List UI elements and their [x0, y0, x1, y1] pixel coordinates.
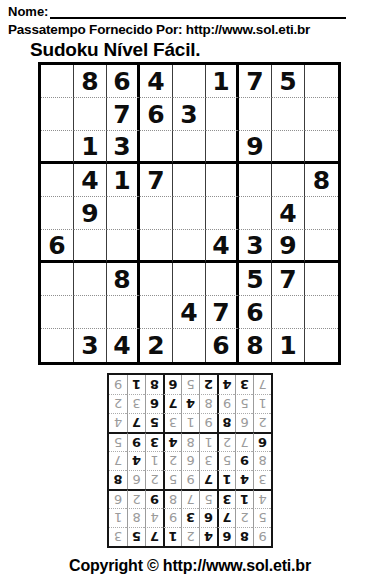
- solution-cell: 3: [217, 489, 235, 508]
- puzzle-cell[interactable]: [41, 329, 74, 362]
- puzzle-cell: 1: [107, 164, 140, 197]
- solution-cell: 8: [127, 508, 145, 527]
- solution-cell: 1: [199, 432, 217, 451]
- solution-cell: 9: [163, 508, 181, 527]
- puzzle-cell: 5: [239, 263, 272, 296]
- puzzle-cell[interactable]: [107, 230, 140, 263]
- puzzle-cell: 4: [107, 329, 140, 362]
- puzzle-cell[interactable]: [206, 263, 239, 296]
- puzzle-cell: 4: [140, 65, 173, 98]
- puzzle-cell: 4: [206, 230, 239, 263]
- solution-cell: 9: [127, 432, 145, 451]
- solution-cell: 2: [199, 375, 217, 394]
- puzzle-cell[interactable]: [41, 65, 74, 98]
- solution-cell: 1: [145, 451, 163, 470]
- solution-cell: 3: [235, 375, 253, 394]
- name-fill-line[interactable]: [50, 3, 346, 19]
- solution-cell: 7: [253, 375, 271, 394]
- puzzle-cell: 7: [272, 263, 305, 296]
- solution-cell: 4: [145, 508, 163, 527]
- solution-cell: 4: [181, 394, 199, 413]
- puzzle-cell[interactable]: [272, 98, 305, 131]
- solution-cell: 3: [253, 470, 271, 489]
- solution-cell: 9: [235, 451, 253, 470]
- puzzle-cell: 3: [107, 131, 140, 164]
- solution-cell: 6: [181, 451, 199, 470]
- puzzle-cell[interactable]: [41, 263, 74, 296]
- puzzle-cell[interactable]: [305, 296, 338, 329]
- puzzle-cell[interactable]: [239, 164, 272, 197]
- puzzle-cell[interactable]: [41, 98, 74, 131]
- puzzle-cell: 4: [173, 296, 206, 329]
- puzzle-cell[interactable]: [41, 164, 74, 197]
- solution-cell: 6: [253, 432, 271, 451]
- puzzle-cell: 1: [74, 131, 107, 164]
- solution-cell: 9: [217, 394, 235, 413]
- puzzle-cell: 1: [272, 329, 305, 362]
- solution-cell: 2: [109, 394, 127, 413]
- solution-cell: 8: [217, 413, 235, 432]
- solution-cell: 4: [253, 489, 271, 508]
- solution-cell: 2: [253, 413, 271, 432]
- solution-cell: 6: [109, 489, 127, 508]
- solution-cell: 4: [235, 470, 253, 489]
- puzzle-cell: 6: [140, 98, 173, 131]
- puzzle-cell: 4: [74, 164, 107, 197]
- solution-cell: 7: [181, 489, 199, 508]
- solution-cell: 5: [235, 394, 253, 413]
- solution-cell: 9: [253, 527, 271, 546]
- solution-cell: 3: [199, 451, 217, 470]
- puzzle-cell: 9: [239, 131, 272, 164]
- solution-cell: 4: [127, 451, 145, 470]
- solution-cell: 6: [235, 413, 253, 432]
- puzzle-cell: 3: [74, 329, 107, 362]
- solution-cell: 8: [235, 527, 253, 546]
- puzzle-cell[interactable]: [305, 197, 338, 230]
- solution-cell: 5: [181, 375, 199, 394]
- puzzle-cell: 8: [107, 263, 140, 296]
- solution-cell: 9: [199, 413, 217, 432]
- puzzle-cell: 3: [239, 230, 272, 263]
- solution-cell: 4: [163, 432, 181, 451]
- solution-cell: 5: [217, 451, 235, 470]
- puzzle-cell[interactable]: [239, 98, 272, 131]
- solution-cell: 5: [127, 527, 145, 546]
- solution-cell: 1: [181, 413, 199, 432]
- puzzle-cell[interactable]: [305, 98, 338, 131]
- puzzle-cell: 6: [206, 329, 239, 362]
- puzzle-cell[interactable]: [239, 197, 272, 230]
- puzzle-cell: 7: [239, 65, 272, 98]
- puzzle-cell[interactable]: [305, 329, 338, 362]
- puzzle-cell[interactable]: [206, 164, 239, 197]
- solution-cell: 1: [127, 375, 145, 394]
- solution-cell: 7: [145, 527, 163, 546]
- puzzle-cell: 5: [272, 65, 305, 98]
- solution-cell: 2: [181, 527, 199, 546]
- puzzle-cell: 1: [206, 65, 239, 98]
- provider-line: Passatempo Fornecido Por: http://www.sol…: [8, 22, 310, 37]
- solution-cell: 3: [109, 527, 127, 546]
- solution-cell: 5: [163, 470, 181, 489]
- puzzle-cell: 7: [206, 296, 239, 329]
- puzzle-cell[interactable]: [173, 164, 206, 197]
- solution-cell: 4: [199, 527, 217, 546]
- solution-cell: 8: [199, 394, 217, 413]
- puzzle-cell[interactable]: [107, 197, 140, 230]
- solution-cell: 1: [163, 527, 181, 546]
- sudoku-solution-grid-rotated: 9864217535276394814135789263417952688953…: [107, 373, 273, 548]
- solution-cell: 3: [145, 432, 163, 451]
- solution-cell: 6: [127, 470, 145, 489]
- solution-cell: 7: [217, 508, 235, 527]
- puzzle-cell: 4: [272, 197, 305, 230]
- solution-cell: 2: [127, 489, 145, 508]
- page-title: Sudoku Nível Fácil.: [30, 39, 200, 61]
- solution-cell: 3: [181, 508, 199, 527]
- puzzle-cell: 6: [41, 230, 74, 263]
- puzzle-cell[interactable]: [41, 131, 74, 164]
- solution-cell: 9: [109, 375, 127, 394]
- solution-cell: 7: [199, 470, 217, 489]
- puzzle-cell[interactable]: [74, 263, 107, 296]
- solution-cell: 8: [253, 451, 271, 470]
- solution-cell: 7: [163, 394, 181, 413]
- puzzle-cell[interactable]: [206, 98, 239, 131]
- solution-cell: 2: [217, 432, 235, 451]
- puzzle-cell[interactable]: [305, 230, 338, 263]
- puzzle-cell[interactable]: [140, 131, 173, 164]
- solution-cell: 9: [145, 489, 163, 508]
- name-label: Nome:: [8, 4, 48, 19]
- solution-cell: 5: [145, 413, 163, 432]
- solution-cell: 7: [127, 413, 145, 432]
- puzzle-cell: 7: [140, 164, 173, 197]
- puzzle-cell: 6: [239, 296, 272, 329]
- puzzle-cell[interactable]: [305, 131, 338, 164]
- puzzle-cell[interactable]: [140, 263, 173, 296]
- puzzle-cell[interactable]: [173, 263, 206, 296]
- puzzle-cell: 9: [74, 197, 107, 230]
- solution-cell: 2: [235, 508, 253, 527]
- solution-cell: 7: [235, 432, 253, 451]
- solution-cell: 5: [199, 489, 217, 508]
- puzzle-cell[interactable]: [41, 197, 74, 230]
- solution-cell: 7: [109, 451, 127, 470]
- puzzle-cell[interactable]: [272, 296, 305, 329]
- solution-cell: 6: [145, 394, 163, 413]
- puzzle-cell[interactable]: [140, 197, 173, 230]
- solution-cell: 3: [127, 394, 145, 413]
- puzzle-cell[interactable]: [74, 230, 107, 263]
- puzzle-cell[interactable]: [272, 164, 305, 197]
- solution-cell: 4: [217, 375, 235, 394]
- puzzle-cell[interactable]: [173, 230, 206, 263]
- puzzle-cell[interactable]: [41, 296, 74, 329]
- puzzle-cell[interactable]: [140, 230, 173, 263]
- puzzle-cell[interactable]: [206, 197, 239, 230]
- puzzle-cell[interactable]: [305, 263, 338, 296]
- name-row: Nome:: [8, 3, 368, 19]
- solution-cell: 5: [253, 508, 271, 527]
- puzzle-cell[interactable]: [173, 131, 206, 164]
- worksheet-page: Nome: Passatempo Fornecido Por: http://w…: [0, 0, 380, 585]
- solution-cell: 8: [145, 375, 163, 394]
- puzzle-cell[interactable]: [206, 131, 239, 164]
- puzzle-cell[interactable]: [107, 296, 140, 329]
- solution-cell: 6: [217, 527, 235, 546]
- solution-cell: 3: [163, 413, 181, 432]
- puzzle-cell[interactable]: [74, 296, 107, 329]
- solution-cell: 2: [145, 470, 163, 489]
- solution-cell: 1: [217, 470, 235, 489]
- puzzle-cell[interactable]: [173, 65, 206, 98]
- solution-cell: 8: [163, 489, 181, 508]
- sudoku-puzzle-grid: 8641757631394178946439857476342681: [38, 62, 341, 365]
- solution-cell: 8: [109, 470, 127, 489]
- puzzle-cell: 3: [173, 98, 206, 131]
- copyright-text: Copyright © http://www.sol.eti.br: [0, 557, 380, 575]
- solution-cell: 1: [109, 508, 127, 527]
- puzzle-cell[interactable]: [305, 65, 338, 98]
- solution-cell: 1: [253, 394, 271, 413]
- puzzle-cell[interactable]: [173, 197, 206, 230]
- puzzle-cell: 8: [239, 329, 272, 362]
- puzzle-cell: 2: [140, 329, 173, 362]
- solution-cell: 5: [109, 432, 127, 451]
- solution-cell: 1: [235, 489, 253, 508]
- solution-cell: 6: [163, 375, 181, 394]
- solution-cell: 6: [199, 508, 217, 527]
- puzzle-cell: 8: [305, 164, 338, 197]
- solution-cell: 2: [163, 451, 181, 470]
- puzzle-cell[interactable]: [74, 98, 107, 131]
- puzzle-cell: 9: [272, 230, 305, 263]
- puzzle-cell[interactable]: [272, 131, 305, 164]
- puzzle-cell[interactable]: [140, 296, 173, 329]
- solution-cell: 8: [181, 432, 199, 451]
- puzzle-cell: 7: [107, 98, 140, 131]
- solution-cell: 9: [181, 470, 199, 489]
- puzzle-cell: 8: [74, 65, 107, 98]
- puzzle-cell[interactable]: [173, 329, 206, 362]
- solution-cell: 4: [109, 413, 127, 432]
- puzzle-cell: 6: [107, 65, 140, 98]
